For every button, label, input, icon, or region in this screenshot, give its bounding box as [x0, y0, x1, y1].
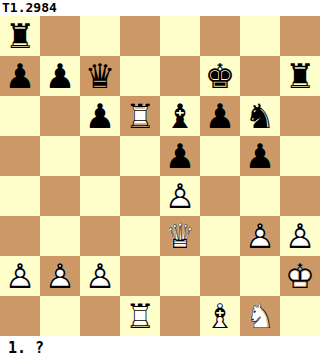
square-c8[interactable] — [80, 16, 120, 56]
white-rook-icon: ♜♖ — [125, 299, 155, 333]
square-c6[interactable]: ♟ — [80, 96, 120, 136]
square-h2[interactable]: ♚♔ — [280, 256, 320, 296]
square-d8[interactable] — [120, 16, 160, 56]
square-c1[interactable] — [80, 296, 120, 336]
black-pawn-icon: ♟ — [245, 139, 275, 173]
black-pawn-icon: ♟ — [165, 139, 195, 173]
black-pawn-icon: ♟ — [5, 59, 35, 93]
white-bishop-icon: ♝♗ — [205, 299, 235, 333]
square-a2[interactable]: ♟♙ — [0, 256, 40, 296]
white-queen-icon: ♛♕ — [165, 219, 195, 253]
square-c5[interactable] — [80, 136, 120, 176]
white-pawn-icon: ♟♙ — [45, 259, 75, 293]
black-king-icon: ♚ — [205, 59, 235, 93]
square-e3[interactable]: ♛♕ — [160, 216, 200, 256]
square-e6[interactable]: ♝ — [160, 96, 200, 136]
square-g3[interactable]: ♟♙ — [240, 216, 280, 256]
square-b2[interactable]: ♟♙ — [40, 256, 80, 296]
black-pawn-icon: ♟ — [45, 59, 75, 93]
square-h7[interactable]: ♜ — [280, 56, 320, 96]
black-bishop-icon: ♝ — [165, 99, 195, 133]
square-g8[interactable] — [240, 16, 280, 56]
square-d2[interactable] — [120, 256, 160, 296]
square-c7[interactable]: ♛ — [80, 56, 120, 96]
square-b7[interactable]: ♟ — [40, 56, 80, 96]
square-a3[interactable] — [0, 216, 40, 256]
black-rook-icon: ♜ — [285, 59, 315, 93]
square-f5[interactable] — [200, 136, 240, 176]
black-knight-icon: ♞ — [245, 99, 275, 133]
square-h8[interactable] — [280, 16, 320, 56]
square-h1[interactable] — [280, 296, 320, 336]
white-pawn-icon: ♟♙ — [85, 259, 115, 293]
square-g1[interactable]: ♞♘ — [240, 296, 280, 336]
square-f1[interactable]: ♝♗ — [200, 296, 240, 336]
square-e4[interactable]: ♟♙ — [160, 176, 200, 216]
square-b1[interactable] — [40, 296, 80, 336]
square-d3[interactable] — [120, 216, 160, 256]
square-e5[interactable]: ♟ — [160, 136, 200, 176]
square-e8[interactable] — [160, 16, 200, 56]
white-king-icon: ♚♔ — [285, 259, 315, 293]
square-b8[interactable] — [40, 16, 80, 56]
square-b6[interactable] — [40, 96, 80, 136]
square-g6[interactable]: ♞ — [240, 96, 280, 136]
black-pawn-icon: ♟ — [205, 99, 235, 133]
white-pawn-icon: ♟♙ — [245, 219, 275, 253]
square-e1[interactable] — [160, 296, 200, 336]
square-h6[interactable] — [280, 96, 320, 136]
square-e7[interactable] — [160, 56, 200, 96]
black-rook-icon: ♜ — [5, 19, 35, 53]
square-a7[interactable]: ♟ — [0, 56, 40, 96]
square-f4[interactable] — [200, 176, 240, 216]
white-rook-icon: ♜♖ — [125, 99, 155, 133]
square-d1[interactable]: ♜♖ — [120, 296, 160, 336]
square-f2[interactable] — [200, 256, 240, 296]
square-c2[interactable]: ♟♙ — [80, 256, 120, 296]
square-c4[interactable] — [80, 176, 120, 216]
black-queen-icon: ♛ — [85, 59, 115, 93]
square-f6[interactable]: ♟ — [200, 96, 240, 136]
square-f8[interactable] — [200, 16, 240, 56]
square-d7[interactable] — [120, 56, 160, 96]
square-g5[interactable]: ♟ — [240, 136, 280, 176]
square-h3[interactable]: ♟♙ — [280, 216, 320, 256]
square-a4[interactable] — [0, 176, 40, 216]
square-f3[interactable] — [200, 216, 240, 256]
move-prompt: 1. ? — [0, 336, 320, 360]
square-c3[interactable] — [80, 216, 120, 256]
square-b5[interactable] — [40, 136, 80, 176]
square-d5[interactable] — [120, 136, 160, 176]
square-g2[interactable] — [240, 256, 280, 296]
puzzle-title: T1.2984 — [0, 0, 320, 16]
white-pawn-icon: ♟♙ — [165, 179, 195, 213]
white-pawn-icon: ♟♙ — [5, 259, 35, 293]
square-f7[interactable]: ♚ — [200, 56, 240, 96]
white-pawn-icon: ♟♙ — [285, 219, 315, 253]
black-pawn-icon: ♟ — [85, 99, 115, 133]
square-a6[interactable] — [0, 96, 40, 136]
chess-puzzle-page: T1.2984 ♜♟♟♛♚♜♟♜♖♝♟♞♟♟♟♙♛♕♟♙♟♙♟♙♟♙♟♙♚♔♜♖… — [0, 0, 320, 360]
square-b4[interactable] — [40, 176, 80, 216]
square-b3[interactable] — [40, 216, 80, 256]
square-d6[interactable]: ♜♖ — [120, 96, 160, 136]
square-e2[interactable] — [160, 256, 200, 296]
square-a8[interactable]: ♜ — [0, 16, 40, 56]
square-a5[interactable] — [0, 136, 40, 176]
square-h4[interactable] — [280, 176, 320, 216]
square-h5[interactable] — [280, 136, 320, 176]
square-a1[interactable] — [0, 296, 40, 336]
square-g7[interactable] — [240, 56, 280, 96]
square-d4[interactable] — [120, 176, 160, 216]
square-g4[interactable] — [240, 176, 280, 216]
white-knight-icon: ♞♘ — [245, 299, 275, 333]
chess-board: ♜♟♟♛♚♜♟♜♖♝♟♞♟♟♟♙♛♕♟♙♟♙♟♙♟♙♟♙♚♔♜♖♝♗♞♘ — [0, 16, 320, 336]
